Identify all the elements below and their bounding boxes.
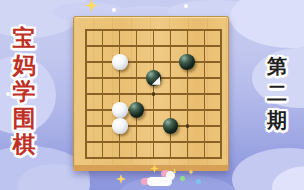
title-left-vertical: 宝妈学围棋 — [6, 25, 42, 158]
black-stone-D4 — [129, 102, 145, 118]
sparkle-dot-icon — [6, 92, 10, 96]
hoshi-point — [152, 92, 155, 95]
sparkle-dot-icon — [112, 8, 116, 12]
go-board — [73, 16, 229, 171]
white-stone-C4 — [112, 102, 128, 118]
star-icon — [116, 174, 126, 184]
cloud-top-right — [230, 0, 304, 48]
title-character: 围 — [13, 105, 36, 132]
black-stone-E6 — [146, 70, 162, 86]
title-character: 妈 — [13, 52, 36, 79]
sparkle-dot-icon — [196, 179, 201, 184]
title-character: 学 — [13, 78, 36, 105]
title-character: 二 — [267, 80, 287, 107]
title-character: 宝 — [13, 25, 36, 52]
title-character: 棋 — [13, 131, 36, 158]
white-stone-C3 — [112, 118, 128, 134]
hoshi-point — [186, 124, 189, 127]
last-move-triangle-marker — [152, 76, 161, 85]
white-stone-C7 — [112, 54, 128, 70]
thumbnail-stage: 宝妈学围棋 第二期 — [0, 0, 304, 190]
black-stone-G7 — [179, 54, 195, 70]
unicorn-decoration — [141, 170, 181, 188]
sparkle-dot-icon — [184, 4, 188, 8]
black-stone-F3 — [163, 118, 179, 134]
title-character: 第 — [267, 53, 287, 80]
goban-intersections — [78, 22, 230, 166]
title-right-vertical: 第二期 — [260, 53, 294, 134]
title-character: 期 — [267, 107, 287, 134]
